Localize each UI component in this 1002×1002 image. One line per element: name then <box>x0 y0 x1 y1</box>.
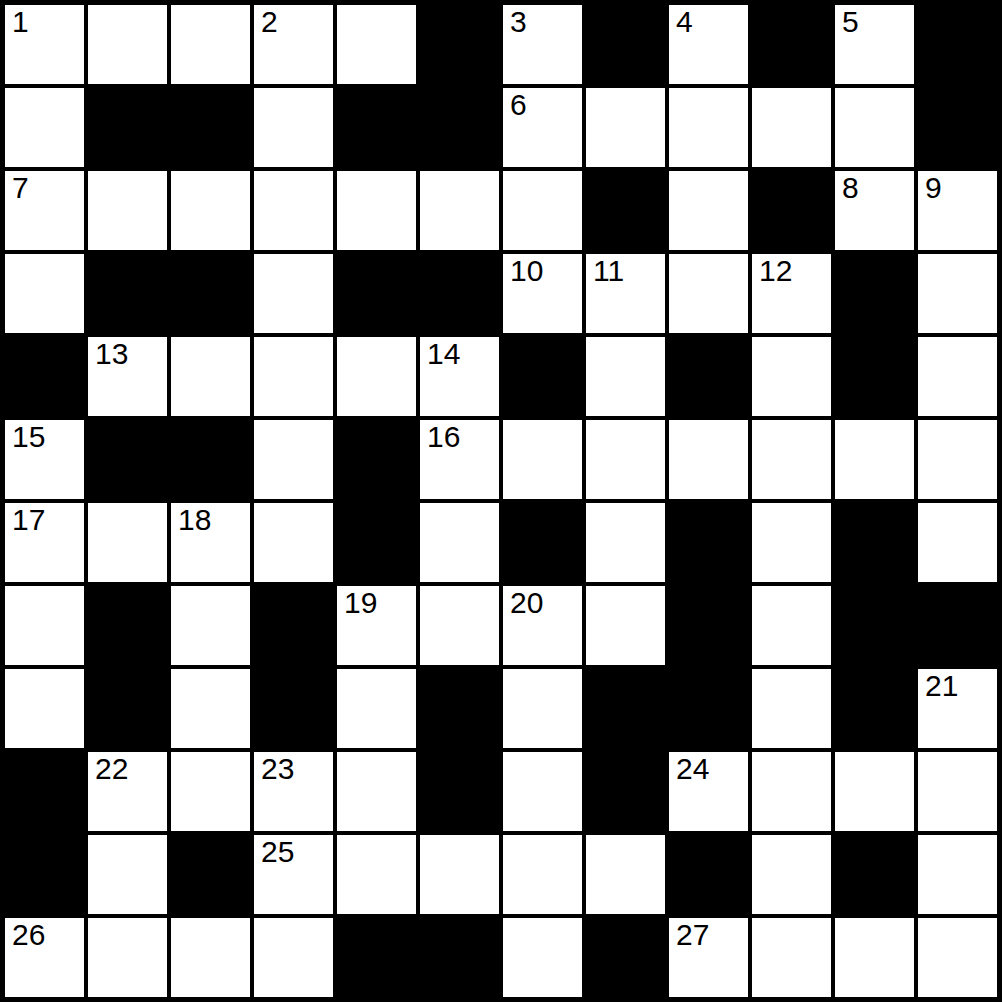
block-r5-c11 <box>835 337 914 416</box>
block-r12-c6 <box>420 918 499 997</box>
clue-number-8: 8 <box>842 172 859 204</box>
block-r4-c3 <box>171 254 250 333</box>
clue-number-12: 12 <box>759 255 792 287</box>
block-r2-c5 <box>337 88 416 167</box>
cell-r12-c11[interactable] <box>835 918 914 997</box>
block-r5-c1 <box>5 337 84 416</box>
block-r1-c8 <box>586 5 665 84</box>
block-r11-c3 <box>171 835 250 914</box>
cell-r12-c10[interactable] <box>752 918 831 997</box>
clue-number-16: 16 <box>427 421 460 453</box>
cell-r6-c12[interactable] <box>918 420 997 499</box>
cell-r6-c4[interactable] <box>254 420 333 499</box>
cell-r11-c8[interactable] <box>586 835 665 914</box>
block-r6-c2 <box>88 420 167 499</box>
clue-number-25: 25 <box>261 836 294 868</box>
clue-number-4: 4 <box>676 6 693 38</box>
cell-r2-c11[interactable] <box>835 88 914 167</box>
cell-r11-c6[interactable] <box>420 835 499 914</box>
cell-r3-c12[interactable]: 9 <box>918 171 997 250</box>
cell-r7-c6[interactable] <box>420 503 499 582</box>
cell-r6-c10[interactable] <box>752 420 831 499</box>
block-r7-c5 <box>337 503 416 582</box>
cell-r1-c11[interactable]: 5 <box>835 5 914 84</box>
cell-r3-c11[interactable]: 8 <box>835 171 914 250</box>
cell-r8-c1[interactable] <box>5 586 84 665</box>
clue-number-15: 15 <box>12 421 45 453</box>
cell-r9-c10[interactable] <box>752 669 831 748</box>
block-r9-c9 <box>669 669 748 748</box>
block-r9-c8 <box>586 669 665 748</box>
block-r1-c12 <box>918 5 997 84</box>
cell-r1-c4[interactable]: 2 <box>254 5 333 84</box>
cell-r2-c9[interactable] <box>669 88 748 167</box>
cell-r1-c2[interactable] <box>88 5 167 84</box>
block-r10-c1 <box>5 752 84 831</box>
cell-r12-c1[interactable]: 26 <box>5 918 84 997</box>
cell-r1-c5[interactable] <box>337 5 416 84</box>
block-r9-c11 <box>835 669 914 748</box>
cell-r1-c1[interactable]: 1 <box>5 5 84 84</box>
block-r7-c7 <box>503 503 582 582</box>
cell-r5-c10[interactable] <box>752 337 831 416</box>
cell-r10-c10[interactable] <box>752 752 831 831</box>
block-r9-c6 <box>420 669 499 748</box>
clue-number-24: 24 <box>676 753 709 785</box>
cell-r5-c4[interactable] <box>254 337 333 416</box>
clue-number-23: 23 <box>261 753 294 785</box>
block-r8-c12 <box>918 586 997 665</box>
cell-r8-c5[interactable]: 19 <box>337 586 416 665</box>
cell-r11-c10[interactable] <box>752 835 831 914</box>
clue-number-6: 6 <box>510 89 527 121</box>
cell-r6-c6[interactable]: 16 <box>420 420 499 499</box>
cell-r7-c4[interactable] <box>254 503 333 582</box>
cell-r5-c6[interactable]: 14 <box>420 337 499 416</box>
block-r1-c10 <box>752 5 831 84</box>
cell-r11-c5[interactable] <box>337 835 416 914</box>
cell-r8-c3[interactable] <box>171 586 250 665</box>
cell-r5-c5[interactable] <box>337 337 416 416</box>
block-r8-c11 <box>835 586 914 665</box>
cell-r9-c7[interactable] <box>503 669 582 748</box>
block-r11-c9 <box>669 835 748 914</box>
block-r12-c5 <box>337 918 416 997</box>
block-r4-c6 <box>420 254 499 333</box>
cell-r4-c7[interactable]: 10 <box>503 254 582 333</box>
cell-r4-c4[interactable] <box>254 254 333 333</box>
clue-number-5: 5 <box>842 6 859 38</box>
block-r6-c3 <box>171 420 250 499</box>
cell-r8-c7[interactable]: 20 <box>503 586 582 665</box>
clue-number-13: 13 <box>95 338 128 370</box>
cell-r12-c2[interactable] <box>88 918 167 997</box>
cell-r10-c5[interactable] <box>337 752 416 831</box>
block-r4-c5 <box>337 254 416 333</box>
cell-r10-c11[interactable] <box>835 752 914 831</box>
clue-number-19: 19 <box>344 587 377 619</box>
block-r11-c1 <box>5 835 84 914</box>
cell-r2-c10[interactable] <box>752 88 831 167</box>
cell-r11-c2[interactable] <box>88 835 167 914</box>
cell-r3-c2[interactable] <box>88 171 167 250</box>
cell-r7-c1[interactable]: 17 <box>5 503 84 582</box>
cell-r7-c3[interactable]: 18 <box>171 503 250 582</box>
block-r4-c2 <box>88 254 167 333</box>
block-r1-c6 <box>420 5 499 84</box>
block-r4-c11 <box>835 254 914 333</box>
cell-r7-c12[interactable] <box>918 503 997 582</box>
clue-number-14: 14 <box>427 338 460 370</box>
block-r10-c6 <box>420 752 499 831</box>
clue-number-7: 7 <box>12 172 29 204</box>
block-r9-c2 <box>88 669 167 748</box>
cell-r3-c1[interactable]: 7 <box>5 171 84 250</box>
cell-r10-c3[interactable] <box>171 752 250 831</box>
block-r12-c8 <box>586 918 665 997</box>
cell-r4-c8[interactable]: 11 <box>586 254 665 333</box>
cell-r4-c10[interactable]: 12 <box>752 254 831 333</box>
cell-r6-c8[interactable] <box>586 420 665 499</box>
block-r11-c11 <box>835 835 914 914</box>
clue-number-3: 3 <box>510 6 527 38</box>
block-r8-c9 <box>669 586 748 665</box>
block-r7-c9 <box>669 503 748 582</box>
block-r8-c4 <box>254 586 333 665</box>
cell-r7-c10[interactable] <box>752 503 831 582</box>
cell-r2-c4[interactable] <box>254 88 333 167</box>
block-r2-c12 <box>918 88 997 167</box>
cell-r9-c12[interactable]: 21 <box>918 669 997 748</box>
cell-r1-c3[interactable] <box>171 5 250 84</box>
block-r8-c2 <box>88 586 167 665</box>
clue-number-21: 21 <box>925 670 958 702</box>
cell-r10-c9[interactable]: 24 <box>669 752 748 831</box>
cell-r2-c1[interactable] <box>5 88 84 167</box>
cell-r6-c11[interactable] <box>835 420 914 499</box>
block-r2-c3 <box>171 88 250 167</box>
cell-r8-c8[interactable] <box>586 586 665 665</box>
cell-r10-c4[interactable]: 23 <box>254 752 333 831</box>
clue-number-26: 26 <box>12 919 45 951</box>
cell-r7-c2[interactable] <box>88 503 167 582</box>
clue-number-2: 2 <box>261 6 278 38</box>
cell-r10-c12[interactable] <box>918 752 997 831</box>
cell-r10-c2[interactable]: 22 <box>88 752 167 831</box>
cell-r3-c3[interactable] <box>171 171 250 250</box>
block-r3-c8 <box>586 171 665 250</box>
cell-r3-c4[interactable] <box>254 171 333 250</box>
cell-r3-c6[interactable] <box>420 171 499 250</box>
cell-r5-c8[interactable] <box>586 337 665 416</box>
clue-number-11: 11 <box>593 255 624 287</box>
clue-number-22: 22 <box>95 753 128 785</box>
cell-r1-c9[interactable]: 4 <box>669 5 748 84</box>
clue-number-18: 18 <box>178 504 211 536</box>
cell-r3-c5[interactable] <box>337 171 416 250</box>
cell-r11-c12[interactable] <box>918 835 997 914</box>
cell-r9-c1[interactable] <box>5 669 84 748</box>
cell-r4-c9[interactable] <box>669 254 748 333</box>
crossword-board: 1234567891011121314151617181920212223242… <box>0 0 1002 1002</box>
clue-number-27: 27 <box>676 919 709 951</box>
cell-r12-c7[interactable] <box>503 918 582 997</box>
cell-r9-c3[interactable] <box>171 669 250 748</box>
cell-r11-c4[interactable]: 25 <box>254 835 333 914</box>
cell-r8-c6[interactable] <box>420 586 499 665</box>
block-r5-c9 <box>669 337 748 416</box>
block-r5-c7 <box>503 337 582 416</box>
cell-r3-c7[interactable] <box>503 171 582 250</box>
block-r6-c5 <box>337 420 416 499</box>
cell-r6-c1[interactable]: 15 <box>5 420 84 499</box>
cell-r8-c10[interactable] <box>752 586 831 665</box>
cell-r12-c3[interactable] <box>171 918 250 997</box>
cell-r12-c4[interactable] <box>254 918 333 997</box>
block-r2-c2 <box>88 88 167 167</box>
cell-r1-c7[interactable]: 3 <box>503 5 582 84</box>
cell-r4-c12[interactable] <box>918 254 997 333</box>
cell-r12-c12[interactable] <box>918 918 997 997</box>
cell-r3-c9[interactable] <box>669 171 748 250</box>
block-r2-c6 <box>420 88 499 167</box>
clue-number-9: 9 <box>925 172 942 204</box>
cell-r4-c1[interactable] <box>5 254 84 333</box>
block-r10-c8 <box>586 752 665 831</box>
cell-r6-c9[interactable] <box>669 420 748 499</box>
block-r9-c4 <box>254 669 333 748</box>
cell-r9-c5[interactable] <box>337 669 416 748</box>
clue-number-17: 17 <box>12 504 45 536</box>
cell-r6-c7[interactable] <box>503 420 582 499</box>
cell-r5-c2[interactable]: 13 <box>88 337 167 416</box>
cell-r7-c8[interactable] <box>586 503 665 582</box>
clue-number-10: 10 <box>510 255 543 287</box>
cell-r2-c8[interactable] <box>586 88 665 167</box>
cell-r11-c7[interactable] <box>503 835 582 914</box>
clue-number-1: 1 <box>12 6 29 38</box>
block-r7-c11 <box>835 503 914 582</box>
cell-r5-c12[interactable] <box>918 337 997 416</box>
cell-r10-c7[interactable] <box>503 752 582 831</box>
cell-r2-c7[interactable]: 6 <box>503 88 582 167</box>
cell-r12-c9[interactable]: 27 <box>669 918 748 997</box>
block-r3-c10 <box>752 171 831 250</box>
cell-r5-c3[interactable] <box>171 337 250 416</box>
clue-number-20: 20 <box>510 587 543 619</box>
